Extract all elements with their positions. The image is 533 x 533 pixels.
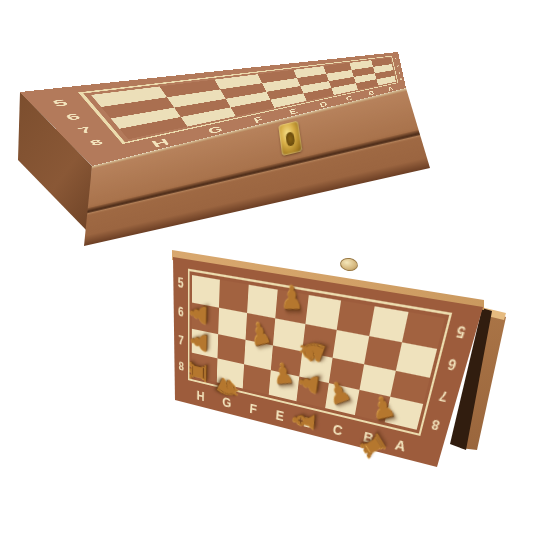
file-label-f: F [252,114,265,124]
clasp-knob-icon [339,257,359,273]
square-e8-open [269,370,299,401]
rank-label-6: 6 [396,64,399,67]
rank-label-5: 5 [49,97,70,108]
rank-label-8: 8 [430,416,442,433]
file-label-d: D [303,413,314,431]
open-board-rank-labels-left: 5678 [173,266,188,380]
file-label-g: G [222,393,232,411]
square-h8-open [192,353,218,382]
square-c8-open [325,383,359,415]
product-photo: 5678 5678 HGFEDCBA 5678 5678 HGFEDCBA ♟♟… [0,0,533,533]
file-label-h: H [196,386,204,403]
file-label-b: B [368,89,375,96]
file-label-d: D [318,100,328,109]
file-label-a: A [387,85,393,92]
square-d8-open [296,377,328,408]
rank-label-7: 7 [398,71,400,74]
square-g8-open [217,359,244,389]
rank-label-6: 6 [446,356,459,375]
rank-label-7: 7 [438,387,450,405]
file-label-e: E [288,106,299,115]
rank-label-8: 8 [178,358,183,373]
rank-label-6: 6 [178,303,184,320]
rank-label-8: 8 [400,77,402,80]
rank-label-7: 7 [75,125,94,135]
rank-label-5: 5 [395,57,398,61]
rank-label-8: 8 [87,138,105,148]
file-label-a: A [394,435,408,454]
file-label-c: C [332,420,344,438]
open-board-face: 5678 5678 HGFEDCBA ♟♟♟♟♞♜♞♟♟♟♟♝♜ [173,257,483,467]
rank-label-5: 5 [178,274,184,292]
rank-label-6: 6 [63,112,83,122]
file-label-b: B [362,427,375,446]
file-label-f: F [249,399,257,416]
rank-label-5: 5 [455,322,468,342]
file-label-c: C [345,94,353,102]
file-label-h: H [148,136,171,149]
file-label-g: G [205,124,224,136]
square-f8-open [242,364,271,394]
brass-clasp-icon [278,121,302,157]
file-label-e: E [275,406,285,424]
rank-label-7: 7 [178,332,184,348]
